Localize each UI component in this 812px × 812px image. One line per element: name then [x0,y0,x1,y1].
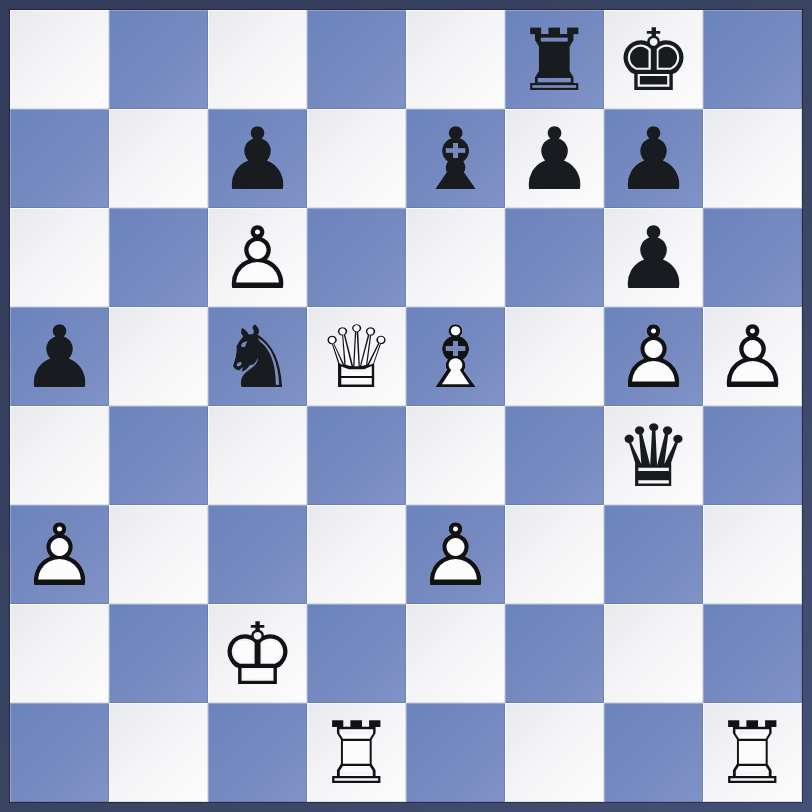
square-b4[interactable] [109,406,208,505]
square-b1[interactable] [109,703,208,802]
piece-white-rook[interactable]: ♜♖ [703,703,802,802]
piece-black-knight[interactable]: ♞ [208,307,307,406]
piece-white-pawn[interactable]: ♟♙ [703,307,802,406]
piece-white-pawn[interactable]: ♟♙ [10,505,109,604]
white-pawn-glyph: ♟ [703,307,802,406]
square-g8[interactable]: ♚ [604,10,703,109]
white-rook-outline: ♖ [307,703,406,802]
square-h8[interactable] [703,10,802,109]
square-f5[interactable] [505,307,604,406]
square-c2[interactable]: ♚♔ [208,604,307,703]
square-e4[interactable] [406,406,505,505]
white-pawn-outline: ♙ [406,505,505,604]
chess-board: ♜♚♟♝♟♟♟♙♟♟♞♛♕♝♗♟♙♟♙♛♟♙♟♙♚♔♜♖♜♖ [10,10,802,802]
square-c4[interactable] [208,406,307,505]
square-e3[interactable]: ♟♙ [406,505,505,604]
square-f8[interactable]: ♜ [505,10,604,109]
square-c8[interactable] [208,10,307,109]
square-e1[interactable] [406,703,505,802]
square-a4[interactable] [10,406,109,505]
square-d5[interactable]: ♛♕ [307,307,406,406]
square-a1[interactable] [10,703,109,802]
piece-white-pawn[interactable]: ♟♙ [406,505,505,604]
black-bishop-glyph: ♝ [406,109,505,208]
white-pawn-outline: ♙ [208,208,307,307]
black-king-glyph: ♚ [604,10,703,109]
square-e8[interactable] [406,10,505,109]
square-a5[interactable]: ♟ [10,307,109,406]
white-pawn-outline: ♙ [10,505,109,604]
piece-white-king[interactable]: ♚♔ [208,604,307,703]
square-b3[interactable] [109,505,208,604]
white-pawn-glyph: ♟ [10,505,109,604]
square-h1[interactable]: ♜♖ [703,703,802,802]
piece-black-queen[interactable]: ♛ [604,406,703,505]
square-h5[interactable]: ♟♙ [703,307,802,406]
piece-black-pawn[interactable]: ♟ [604,109,703,208]
piece-white-bishop[interactable]: ♝♗ [406,307,505,406]
square-g5[interactable]: ♟♙ [604,307,703,406]
square-f4[interactable] [505,406,604,505]
black-pawn-glyph: ♟ [604,109,703,208]
square-b6[interactable] [109,208,208,307]
black-pawn-glyph: ♟ [505,109,604,208]
square-f7[interactable]: ♟ [505,109,604,208]
square-h3[interactable] [703,505,802,604]
square-b7[interactable] [109,109,208,208]
square-d6[interactable] [307,208,406,307]
piece-black-king[interactable]: ♚ [604,10,703,109]
square-h4[interactable] [703,406,802,505]
square-e7[interactable]: ♝ [406,109,505,208]
square-h6[interactable] [703,208,802,307]
black-queen-glyph: ♛ [604,406,703,505]
square-c6[interactable]: ♟♙ [208,208,307,307]
square-g2[interactable] [604,604,703,703]
square-a6[interactable] [10,208,109,307]
square-f1[interactable] [505,703,604,802]
square-h2[interactable] [703,604,802,703]
square-e6[interactable] [406,208,505,307]
piece-black-pawn[interactable]: ♟ [604,208,703,307]
square-f3[interactable] [505,505,604,604]
piece-black-pawn[interactable]: ♟ [10,307,109,406]
square-e5[interactable]: ♝♗ [406,307,505,406]
square-e2[interactable] [406,604,505,703]
white-pawn-glyph: ♟ [406,505,505,604]
square-b8[interactable] [109,10,208,109]
square-d8[interactable] [307,10,406,109]
square-b2[interactable] [109,604,208,703]
square-a7[interactable] [10,109,109,208]
square-g1[interactable] [604,703,703,802]
white-queen-outline: ♕ [307,307,406,406]
piece-white-queen[interactable]: ♛♕ [307,307,406,406]
square-a2[interactable] [10,604,109,703]
square-c3[interactable] [208,505,307,604]
white-pawn-outline: ♙ [703,307,802,406]
piece-black-bishop[interactable]: ♝ [406,109,505,208]
white-rook-glyph: ♜ [307,703,406,802]
piece-black-pawn[interactable]: ♟ [208,109,307,208]
white-rook-glyph: ♜ [703,703,802,802]
piece-white-rook[interactable]: ♜♖ [307,703,406,802]
piece-black-rook[interactable]: ♜ [505,10,604,109]
square-g3[interactable] [604,505,703,604]
square-c7[interactable]: ♟ [208,109,307,208]
black-rook-glyph: ♜ [505,10,604,109]
black-pawn-glyph: ♟ [604,208,703,307]
white-bishop-glyph: ♝ [406,307,505,406]
square-a3[interactable]: ♟♙ [10,505,109,604]
white-king-glyph: ♚ [208,604,307,703]
square-g7[interactable]: ♟ [604,109,703,208]
square-f2[interactable] [505,604,604,703]
white-rook-outline: ♖ [703,703,802,802]
square-d3[interactable] [307,505,406,604]
square-f6[interactable] [505,208,604,307]
black-pawn-glyph: ♟ [208,109,307,208]
white-queen-glyph: ♛ [307,307,406,406]
white-pawn-outline: ♙ [604,307,703,406]
black-pawn-glyph: ♟ [10,307,109,406]
square-b5[interactable] [109,307,208,406]
white-pawn-glyph: ♟ [604,307,703,406]
square-g4[interactable]: ♛ [604,406,703,505]
white-pawn-glyph: ♟ [208,208,307,307]
piece-black-pawn[interactable]: ♟ [505,109,604,208]
board-frame: ♜♚♟♝♟♟♟♙♟♟♞♛♕♝♗♟♙♟♙♛♟♙♟♙♚♔♜♖♜♖ [0,0,812,812]
piece-white-pawn[interactable]: ♟♙ [604,307,703,406]
white-bishop-outline: ♗ [406,307,505,406]
square-h7[interactable] [703,109,802,208]
square-d7[interactable] [307,109,406,208]
black-knight-glyph: ♞ [208,307,307,406]
square-g6[interactable]: ♟ [604,208,703,307]
white-king-outline: ♔ [208,604,307,703]
square-c5[interactable]: ♞ [208,307,307,406]
square-d1[interactable]: ♜♖ [307,703,406,802]
square-c1[interactable] [208,703,307,802]
square-a8[interactable] [10,10,109,109]
square-d4[interactable] [307,406,406,505]
piece-white-pawn[interactable]: ♟♙ [208,208,307,307]
square-d2[interactable] [307,604,406,703]
